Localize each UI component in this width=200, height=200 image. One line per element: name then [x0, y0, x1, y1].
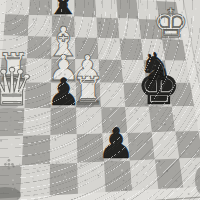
noise-speckle [33, 19, 35, 21]
noise-speckle [188, 189, 189, 190]
noise-speckle [197, 180, 198, 181]
noise-speckle [183, 34, 185, 36]
noise-speckle [119, 89, 121, 91]
noise-speckle [158, 120, 160, 122]
noise-speckle [167, 101, 168, 102]
noise-speckle [127, 108, 129, 110]
noise-speckle [6, 162, 7, 163]
noise-speckle [76, 99, 77, 100]
noise-speckle [136, 174, 138, 176]
noise-speckle [157, 16, 159, 18]
noise-speckle [156, 105, 158, 107]
noise-speckle [113, 142, 115, 144]
chess-board: ♝♚♝♜♟♟♞♛♟♜♚♟ [0, 0, 200, 200]
noise-speckle [52, 163, 54, 165]
noise-speckle [57, 193, 59, 195]
noise-speckle [10, 117, 11, 118]
noise-speckle [16, 39, 18, 41]
noise-speckle [121, 3, 122, 4]
noise-speckle [58, 55, 59, 56]
noise-speckle [105, 132, 107, 134]
noise-speckle [155, 178, 156, 179]
noise-speckle [36, 164, 37, 165]
noise-speckle [88, 23, 89, 24]
noise-speckle [5, 128, 7, 130]
noise-speckle [111, 84, 112, 85]
noise-speckle [126, 17, 128, 19]
noise-speckle [142, 22, 143, 23]
noise-speckle [81, 199, 82, 200]
noise-speckle [109, 57, 110, 58]
noise-speckle [186, 27, 187, 28]
noise-speckle [72, 127, 73, 128]
noise-speckle [136, 109, 137, 110]
noise-speckle [188, 37, 189, 38]
noise-speckle [88, 93, 89, 94]
noise-speckle [115, 41, 117, 43]
square-a7 [4, 14, 29, 36]
noise-speckle [178, 65, 180, 67]
noise-speckle [8, 29, 9, 30]
noise-speckle [66, 98, 67, 99]
noise-speckle [56, 31, 58, 33]
noise-speckle [118, 101, 119, 102]
noise-speckle [175, 180, 177, 182]
noise-speckle [112, 195, 113, 196]
noise-speckle [183, 46, 184, 47]
noise-speckle [113, 172, 115, 174]
piece-white-king-h7: ♚ [153, 0, 189, 47]
noise-speckle [44, 188, 45, 189]
noise-speckle [34, 76, 35, 77]
noise-speckle [29, 62, 30, 63]
noise-speckle [112, 18, 114, 20]
noise-speckle [158, 9, 160, 11]
noise-speckle [188, 13, 189, 14]
noise-speckle [114, 197, 116, 199]
noise-speckle [58, 121, 60, 123]
noise-speckle [111, 160, 113, 162]
noise-speckle [109, 90, 110, 91]
noise-speckle [130, 49, 132, 51]
noise-speckle [77, 45, 78, 46]
noise-speckle [163, 114, 164, 115]
noise-speckle [12, 50, 14, 52]
noise-speckle [12, 19, 13, 20]
noise-speckle [164, 26, 165, 27]
noise-speckle [125, 189, 127, 191]
noise-speckle [101, 164, 103, 166]
noise-speckle [35, 182, 37, 184]
noise-speckle [85, 144, 87, 146]
noise-speckle [173, 113, 174, 114]
noise-speckle [96, 15, 98, 17]
noise-speckle [164, 102, 166, 104]
noise-speckle [178, 197, 179, 198]
noise-speckle [10, 118, 11, 119]
noise-speckle [64, 176, 66, 178]
noise-speckle [85, 60, 86, 61]
noise-speckle [108, 39, 109, 40]
noise-speckle [108, 125, 110, 127]
noise-speckle [105, 139, 106, 140]
noise-speckle [23, 166, 25, 168]
square-f7 [118, 18, 141, 39]
noise-speckle [171, 161, 172, 162]
noise-speckle [189, 153, 190, 154]
noise-speckle [44, 66, 45, 67]
noise-speckle [55, 139, 57, 141]
noise-speckle [147, 142, 149, 144]
noise-speckle [80, 149, 81, 150]
noise-speckle [53, 111, 54, 112]
noise-speckle [120, 158, 122, 160]
noise-speckle [5, 28, 6, 29]
noise-speckle [12, 8, 13, 9]
noise-speckle [144, 111, 146, 113]
noise-speckle [133, 103, 134, 104]
noise-speckle [46, 29, 47, 30]
noise-speckle [134, 151, 136, 153]
noise-speckle [72, 85, 73, 86]
noise-speckle [143, 187, 144, 188]
noise-speckle [2, 169, 3, 170]
noise-speckle [127, 138, 128, 139]
noise-speckle [104, 180, 105, 181]
noise-speckle [147, 123, 148, 124]
square-c1 [50, 163, 78, 195]
noise-speckle [170, 124, 172, 126]
noise-speckle [92, 170, 93, 171]
noise-speckle [41, 125, 42, 126]
noise-speckle [119, 48, 120, 49]
noise-speckle [168, 30, 169, 31]
noise-speckle [164, 124, 166, 126]
noise-speckle [147, 175, 148, 176]
square-a8 [5, 0, 30, 15]
noise-speckle [91, 77, 92, 78]
noise-speckle [57, 18, 59, 20]
noise-speckle [145, 191, 146, 192]
noise-speckle [46, 64, 48, 66]
noise-speckle [10, 76, 11, 77]
noise-speckle [54, 47, 55, 48]
noise-speckle [199, 175, 200, 176]
noise-speckle [26, 137, 28, 139]
noise-speckle [115, 9, 116, 10]
noise-speckle [196, 119, 198, 121]
noise-speckle [111, 81, 113, 83]
noise-speckle [11, 55, 13, 57]
noise-speckle [27, 47, 28, 48]
noise-speckle [46, 10, 47, 11]
noise-speckle [17, 188, 18, 189]
noise-speckle [131, 187, 133, 189]
noise-speckle [58, 89, 60, 91]
noise-speckle [185, 44, 187, 46]
noise-speckle [198, 70, 199, 71]
noise-speckle [125, 111, 126, 112]
noise-speckle [78, 26, 79, 27]
noise-speckle [28, 69, 29, 70]
noise-speckle [151, 111, 153, 113]
noise-speckle [101, 52, 103, 54]
noise-speckle [159, 125, 160, 126]
noise-speckle [104, 11, 106, 13]
noise-speckle [15, 18, 17, 20]
noise-speckle [194, 81, 196, 83]
noise-speckle [98, 22, 100, 24]
noise-speckle [144, 103, 145, 104]
noise-speckle [168, 148, 169, 149]
noise-speckle [137, 183, 138, 184]
noise-speckle [158, 86, 159, 87]
noise-speckle [190, 73, 192, 75]
noise-speckle [12, 189, 13, 190]
noise-speckle [35, 87, 37, 89]
noise-speckle [194, 168, 196, 170]
noise-speckle [110, 61, 111, 62]
noise-speckle [152, 45, 154, 47]
noise-speckle [36, 60, 37, 61]
noise-speckle [43, 124, 44, 125]
board-logo-mark [4, 163, 7, 166]
square-b2 [22, 135, 51, 165]
noise-speckle [85, 179, 87, 181]
noise-speckle [195, 165, 196, 166]
noise-speckle [103, 171, 105, 173]
noise-speckle [116, 84, 118, 86]
noise-speckle [59, 134, 60, 135]
noise-speckle [132, 138, 134, 140]
noise-speckle [72, 88, 74, 90]
noise-speckle [75, 187, 76, 188]
noise-speckle [187, 179, 188, 180]
noise-speckle [132, 143, 134, 145]
piece-white-rook-d4: ♜ [71, 68, 105, 113]
noise-speckle [15, 136, 16, 137]
noise-speckle [49, 196, 50, 197]
noise-speckle [47, 49, 49, 51]
noise-speckle [47, 117, 49, 119]
noise-speckle [144, 9, 146, 11]
noise-speckle [193, 51, 194, 52]
noise-speckle [76, 168, 77, 169]
noise-speckle [79, 72, 81, 74]
square-a2 [0, 136, 23, 167]
noise-speckle [12, 96, 13, 97]
noise-speckle [117, 82, 118, 83]
noise-speckle [44, 194, 45, 195]
noise-speckle [193, 170, 194, 171]
board-logo-mark [8, 163, 11, 166]
noise-speckle [161, 64, 162, 65]
noise-speckle [75, 23, 76, 24]
noise-speckle [89, 97, 90, 98]
noise-speckle [37, 145, 38, 146]
noise-speckle [80, 164, 82, 166]
noise-speckle [121, 169, 123, 171]
noise-speckle [9, 124, 11, 126]
noise-speckle [45, 52, 46, 53]
noise-speckle [25, 58, 27, 60]
noise-speckle [145, 55, 147, 57]
noise-speckle [121, 65, 123, 67]
noise-speckle [146, 126, 148, 128]
noise-speckle [71, 98, 72, 99]
board-logo-mark [11, 163, 14, 166]
noise-speckle [50, 123, 51, 124]
noise-speckle [66, 61, 67, 62]
noise-speckle [180, 95, 181, 96]
noise-speckle [31, 51, 32, 52]
noise-speckle [9, 23, 11, 25]
noise-speckle [130, 139, 131, 140]
noise-speckle [2, 71, 4, 73]
noise-speckle [17, 112, 19, 114]
noise-speckle [81, 191, 82, 192]
noise-speckle [103, 126, 104, 127]
noise-speckle [172, 76, 173, 77]
noise-speckle [166, 106, 168, 108]
noise-speckle [88, 122, 89, 123]
noise-speckle [171, 102, 173, 104]
noise-speckle [187, 80, 189, 82]
square-f8 [116, 0, 139, 19]
noise-speckle [38, 160, 39, 161]
noise-speckle [186, 153, 188, 155]
noise-speckle [16, 5, 18, 7]
noise-speckle [36, 73, 38, 75]
square-g2 [152, 132, 180, 160]
noise-speckle [61, 172, 62, 173]
noise-speckle [193, 156, 194, 157]
noise-speckle [162, 87, 163, 88]
noise-speckle [80, 150, 81, 151]
noise-speckle [176, 136, 177, 137]
noise-speckle [33, 194, 35, 196]
noise-speckle [9, 58, 11, 60]
noise-speckle [176, 191, 177, 192]
noise-speckle [69, 17, 70, 18]
noise-speckle [6, 21, 8, 23]
noise-speckle [69, 26, 71, 28]
noise-speckle [136, 143, 137, 144]
noise-speckle [128, 157, 130, 159]
noise-speckle [98, 171, 100, 173]
board-logo-mark [8, 167, 11, 170]
noise-speckle [48, 26, 50, 28]
noise-speckle [142, 64, 144, 66]
noise-speckle [40, 157, 41, 158]
noise-speckle [104, 54, 106, 56]
noise-speckle [188, 193, 190, 195]
noise-speckle [199, 132, 200, 133]
noise-speckle [158, 13, 160, 15]
noise-speckle [19, 164, 20, 165]
noise-speckle [62, 34, 64, 36]
noise-speckle [4, 130, 5, 131]
noise-speckle [138, 68, 139, 69]
noise-speckle [73, 119, 74, 120]
noise-speckle [11, 47, 13, 49]
noise-speckle [36, 122, 38, 124]
noise-speckle [80, 13, 82, 15]
noise-speckle [54, 179, 56, 181]
chessboard-photo: ♝♚♝♜♟♟♞♛♟♜♚♟ [0, 0, 200, 200]
noise-speckle [106, 18, 108, 20]
noise-speckle [110, 108, 112, 110]
noise-speckle [28, 54, 29, 55]
noise-speckle [96, 51, 97, 52]
noise-speckle [181, 23, 183, 25]
noise-speckle [3, 192, 4, 193]
noise-speckle [155, 8, 157, 10]
noise-speckle [92, 83, 94, 85]
piece-black-pawn-e2: ♟ [97, 119, 135, 168]
noise-speckle [36, 40, 37, 41]
noise-speckle [142, 4, 144, 6]
noise-speckle [143, 166, 145, 168]
noise-speckle [190, 134, 191, 135]
noise-speckle [41, 184, 42, 185]
noise-speckle [149, 58, 150, 59]
noise-speckle [55, 44, 57, 46]
noise-speckle [12, 179, 14, 181]
noise-speckle [159, 109, 161, 111]
noise-speckle [27, 25, 28, 26]
noise-speckle [35, 29, 36, 30]
noise-speckle [47, 45, 49, 47]
noise-speckle [193, 193, 195, 195]
noise-speckle [120, 193, 121, 194]
noise-speckle [120, 97, 122, 99]
noise-speckle [86, 115, 87, 116]
noise-speckle [19, 125, 20, 126]
noise-speckle [92, 34, 94, 36]
noise-speckle [41, 139, 42, 140]
noise-speckle [158, 130, 159, 131]
noise-speckle [23, 29, 24, 30]
noise-speckle [95, 79, 97, 81]
noise-speckle [6, 14, 8, 16]
square-h2 [175, 131, 200, 159]
square-g1 [155, 159, 184, 189]
noise-speckle [53, 73, 54, 74]
noise-speckle [153, 34, 154, 35]
noise-speckle [64, 73, 66, 75]
noise-speckle [175, 69, 177, 71]
noise-speckle [12, 183, 14, 185]
noise-speckle [123, 67, 124, 68]
noise-speckle [52, 82, 53, 83]
noise-speckle [39, 17, 40, 18]
noise-speckle [178, 86, 179, 87]
noise-speckle [178, 158, 179, 159]
noise-speckle [14, 131, 16, 133]
noise-speckle [133, 77, 134, 78]
noise-speckle [118, 188, 119, 189]
noise-speckle [152, 149, 153, 150]
noise-speckle [47, 7, 49, 9]
noise-speckle [174, 120, 176, 122]
noise-speckle [104, 119, 105, 120]
noise-speckle [166, 170, 168, 172]
noise-speckle [115, 13, 116, 14]
square-b1 [20, 164, 50, 197]
noise-speckle [86, 173, 87, 174]
square-e8 [95, 0, 118, 18]
